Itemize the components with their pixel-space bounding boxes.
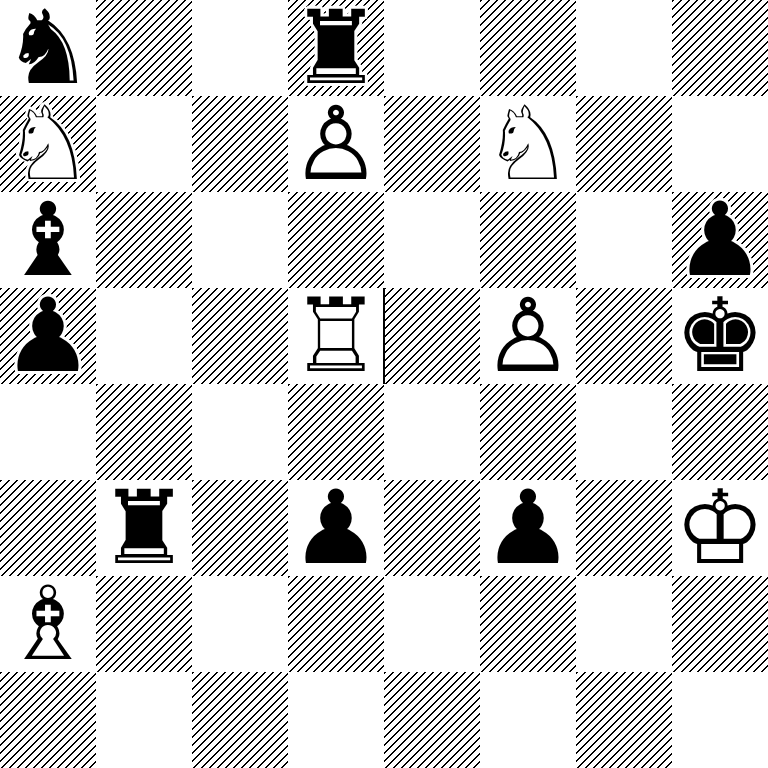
square-b5[interactable] <box>96 288 192 384</box>
square-g3[interactable] <box>576 480 672 576</box>
square-g7[interactable] <box>576 96 672 192</box>
square-e7[interactable] <box>384 96 480 192</box>
square-g6[interactable] <box>576 192 672 288</box>
square-f7[interactable]: ♞♘ <box>480 96 576 192</box>
square-e5[interactable] <box>384 288 480 384</box>
black-bishop-icon: ♝ <box>2 192 93 288</box>
square-c4[interactable] <box>192 384 288 480</box>
square-e3[interactable] <box>384 480 480 576</box>
square-h7[interactable] <box>672 96 768 192</box>
square-h6[interactable]: ♟♟ <box>672 192 768 288</box>
square-h2[interactable] <box>672 576 768 672</box>
square-f3[interactable]: ♟♟ <box>480 480 576 576</box>
square-h1[interactable] <box>672 672 768 768</box>
square-a5[interactable]: ♟♟ <box>0 288 96 384</box>
square-c2[interactable] <box>192 576 288 672</box>
square-e2[interactable] <box>384 576 480 672</box>
square-f1[interactable] <box>480 672 576 768</box>
square-h3[interactable]: ♚♔ <box>672 480 768 576</box>
square-d2[interactable] <box>288 576 384 672</box>
black-king-icon: ♚ <box>674 288 765 384</box>
black-rook-icon: ♜ <box>98 480 189 576</box>
square-g1[interactable] <box>576 672 672 768</box>
white-rook-icon: ♖ <box>290 288 381 384</box>
board-artifact-line <box>383 288 385 384</box>
square-h8[interactable] <box>672 0 768 96</box>
square-d8[interactable]: ♜♜ <box>288 0 384 96</box>
square-d1[interactable] <box>288 672 384 768</box>
square-b3[interactable]: ♜♜ <box>96 480 192 576</box>
square-g8[interactable] <box>576 0 672 96</box>
square-g4[interactable] <box>576 384 672 480</box>
square-f5[interactable]: ♟♙ <box>480 288 576 384</box>
square-e8[interactable] <box>384 0 480 96</box>
square-d6[interactable] <box>288 192 384 288</box>
square-a4[interactable] <box>0 384 96 480</box>
black-knight-icon: ♞ <box>2 0 93 96</box>
square-f6[interactable] <box>480 192 576 288</box>
square-d5[interactable]: ♜♖ <box>288 288 384 384</box>
black-pawn-icon: ♟ <box>2 288 93 384</box>
square-b4[interactable] <box>96 384 192 480</box>
white-bishop-icon: ♗ <box>2 576 93 672</box>
square-a6[interactable]: ♝♝ <box>0 192 96 288</box>
white-king-icon: ♔ <box>674 480 765 576</box>
square-d4[interactable] <box>288 384 384 480</box>
square-d3[interactable]: ♟♟ <box>288 480 384 576</box>
square-c8[interactable] <box>192 0 288 96</box>
white-pawn-icon: ♙ <box>482 288 573 384</box>
white-pawn-icon: ♙ <box>290 96 381 192</box>
chess-board: ♞♞♜♜♞♘♟♙♞♘♝♝♟♟♟♟♜♖♟♙♚♚♜♜♟♟♟♟♚♔♝♗ <box>0 0 768 768</box>
square-c5[interactable] <box>192 288 288 384</box>
square-h4[interactable] <box>672 384 768 480</box>
square-f2[interactable] <box>480 576 576 672</box>
square-b6[interactable] <box>96 192 192 288</box>
white-knight-icon: ♘ <box>482 96 573 192</box>
square-b1[interactable] <box>96 672 192 768</box>
square-e1[interactable] <box>384 672 480 768</box>
white-knight-icon: ♘ <box>2 96 93 192</box>
square-a8[interactable]: ♞♞ <box>0 0 96 96</box>
square-a1[interactable] <box>0 672 96 768</box>
black-pawn-icon: ♟ <box>290 480 381 576</box>
square-b7[interactable] <box>96 96 192 192</box>
square-h5[interactable]: ♚♚ <box>672 288 768 384</box>
square-a7[interactable]: ♞♘ <box>0 96 96 192</box>
black-pawn-icon: ♟ <box>674 192 765 288</box>
square-g2[interactable] <box>576 576 672 672</box>
square-c3[interactable] <box>192 480 288 576</box>
square-e4[interactable] <box>384 384 480 480</box>
square-f4[interactable] <box>480 384 576 480</box>
square-f8[interactable] <box>480 0 576 96</box>
square-e6[interactable] <box>384 192 480 288</box>
square-a2[interactable]: ♝♗ <box>0 576 96 672</box>
black-rook-icon: ♜ <box>290 0 381 96</box>
square-c7[interactable] <box>192 96 288 192</box>
square-c1[interactable] <box>192 672 288 768</box>
square-b2[interactable] <box>96 576 192 672</box>
square-b8[interactable] <box>96 0 192 96</box>
square-a3[interactable] <box>0 480 96 576</box>
square-c6[interactable] <box>192 192 288 288</box>
square-g5[interactable] <box>576 288 672 384</box>
black-pawn-icon: ♟ <box>482 480 573 576</box>
square-d7[interactable]: ♟♙ <box>288 96 384 192</box>
